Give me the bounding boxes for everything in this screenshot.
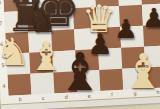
- piece-black-bishop-e4[interactable]: ♝: [57, 46, 104, 98]
- rank-label-4: 4: [0, 82, 9, 103]
- piece-black-king-d7[interactable]: ♚: [36, 0, 79, 33]
- piece-black-pawn-g6[interactable]: ♟: [114, 16, 137, 42]
- piece-white-knight-b5[interactable]: ♞: [0, 33, 30, 71]
- file-label-f: f: [100, 90, 123, 99]
- piece-white-bishop-g4[interactable]: ♝: [121, 47, 160, 95]
- piece-black-pawn-h7[interactable]: ♟: [142, 5, 160, 31]
- chessboard-photo-scene: bcdefgh87654 ♝♜♞♚♛♟♟♟♞♝♝♝: [0, 0, 160, 109]
- file-label-c: c: [31, 93, 54, 102]
- file-label-b: b: [8, 95, 31, 104]
